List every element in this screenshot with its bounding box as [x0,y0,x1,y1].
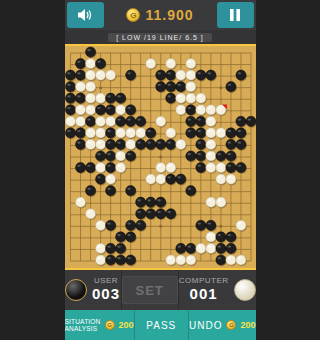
coin-score: G 11.900 [126,7,193,23]
undo-label: UNDO [189,320,222,331]
analysis-coin-icon: G [105,320,115,330]
coin-icon: G [126,8,140,22]
game-info-label: [ LOW /19 LINE/ 6.5 ] [108,33,212,42]
speaker-icon [77,8,93,22]
sound-button[interactable] [67,2,104,28]
computer-count: 001 [190,286,218,303]
user-black-stone-icon [65,279,87,301]
analysis-cost: 200 [119,320,134,330]
analysis-label-line2: ANALYSIS [65,325,101,332]
undo-button[interactable]: UNDO G 200 [189,310,255,340]
go-board-svg[interactable] [65,46,256,268]
undo-coin-icon: G [226,320,236,330]
situation-analysis-button[interactable]: SITUATION ANALYSIS G 200 [65,310,135,340]
go-board[interactable] [65,44,256,270]
pause-icon [229,8,241,22]
analysis-label-line1: SITUATION [65,318,101,325]
computer-panel: COMPUTER 001 [179,270,256,310]
go-game-app: G 11.900 [ LOW /19 LINE/ 6.5 ] USER 003 … [65,0,256,340]
set-button[interactable]: SET [122,276,178,304]
pause-button[interactable] [217,2,254,28]
set-panel: SET [122,270,179,310]
computer-white-stone-icon [234,279,256,301]
coin-amount: 11.900 [145,7,193,23]
pass-label: PASS [146,320,176,331]
top-bar: G 11.900 [65,0,256,30]
game-info-bar: [ LOW /19 LINE/ 6.5 ] [65,30,256,44]
user-panel: USER 003 [65,270,122,310]
undo-cost: 200 [240,320,255,330]
pass-button[interactable]: PASS [135,310,189,340]
user-count: 003 [92,286,120,303]
actions-bar: SITUATION ANALYSIS G 200 PASS UNDO G 200 [65,310,256,340]
players-bar: USER 003 SET COMPUTER 001 [65,270,256,310]
